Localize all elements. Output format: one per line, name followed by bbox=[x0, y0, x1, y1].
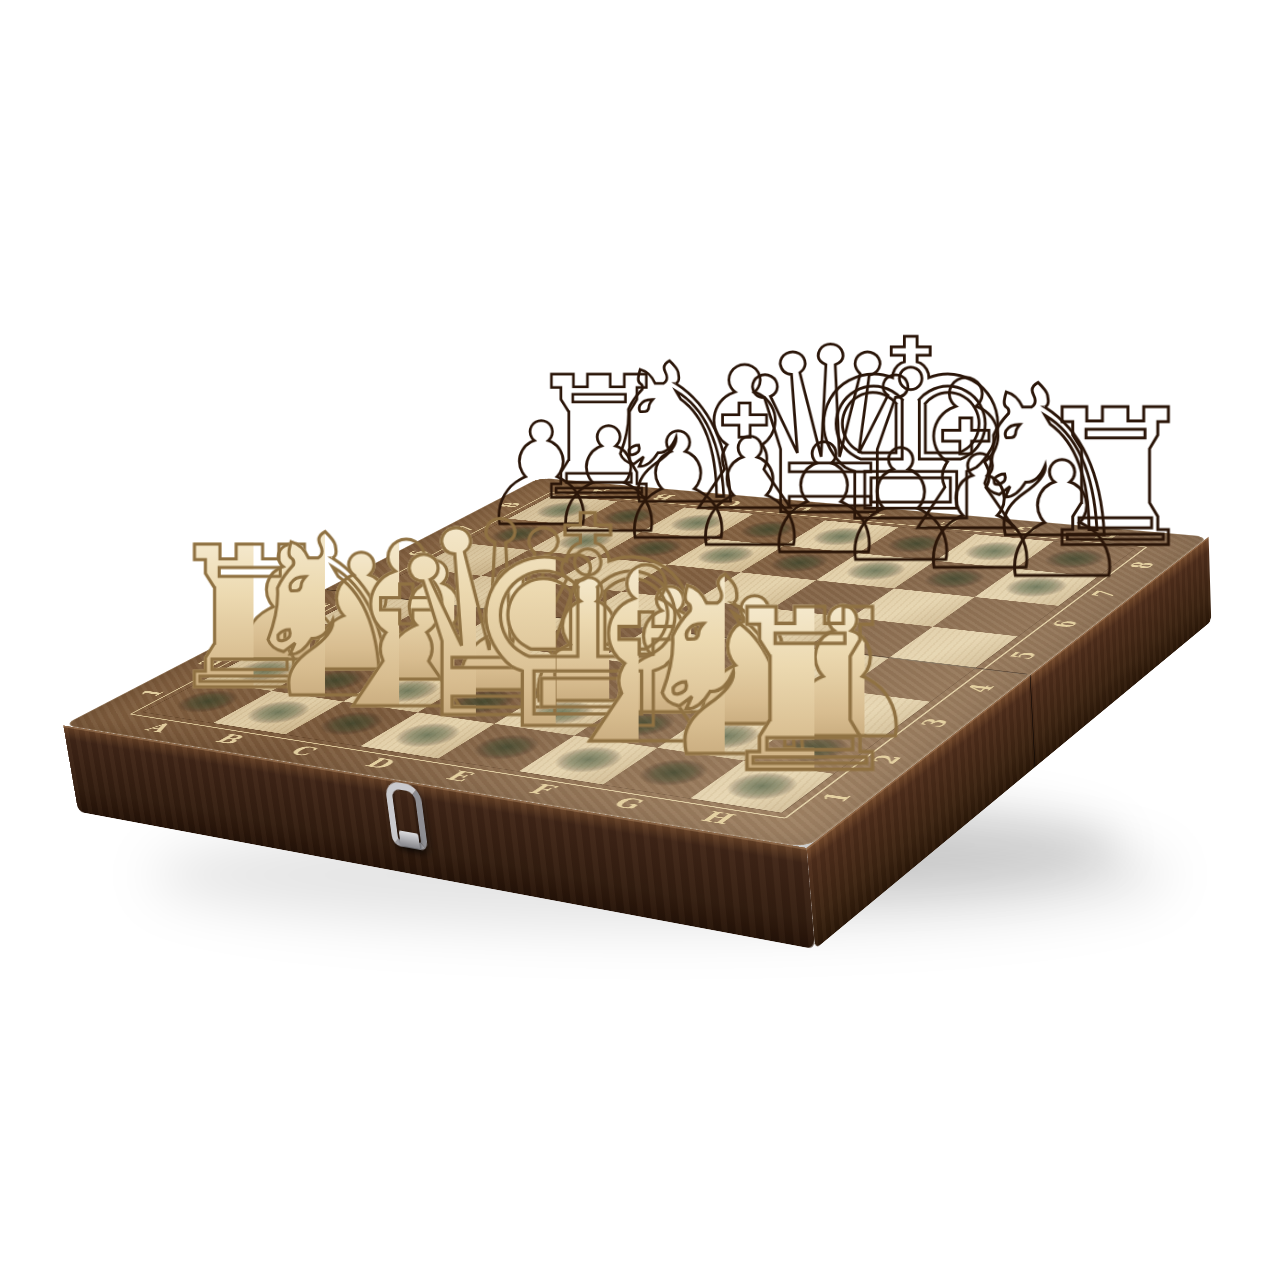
metal-clasp bbox=[384, 780, 428, 851]
file-label-front-e: E bbox=[442, 769, 478, 783]
file-label-front-c: C bbox=[286, 744, 322, 757]
file-label-front-b: B bbox=[212, 733, 248, 746]
piece-glyph: ♟ bbox=[991, 441, 1081, 600]
perspective-camera: AABBCCDDEEFFGGHH1122334455667788 ♜♞♝♛♚♝♞… bbox=[0, 0, 1280, 1280]
stage: AABBCCDDEEFFGGHH1122334455667788 ♜♞♝♛♚♝♞… bbox=[0, 0, 1280, 1280]
case-fold-seam bbox=[1030, 674, 1036, 767]
piece-glyph: ♜ bbox=[710, 581, 814, 804]
chess-board: AABBCCDDEEFFGGHH1122334455667788 ♜♞♝♛♚♝♞… bbox=[63, 478, 1209, 848]
file-label-front-h: H bbox=[697, 810, 739, 826]
file-label-front-f: F bbox=[525, 782, 560, 796]
rank-label-right-1: 1 bbox=[817, 791, 856, 803]
rank-label-right-5: 5 bbox=[1006, 650, 1041, 660]
file-label-front-g: G bbox=[609, 796, 648, 811]
rank-label-right-4: 4 bbox=[962, 683, 998, 693]
rank-label-right-6: 6 bbox=[1048, 619, 1082, 628]
file-label-front-a: A bbox=[142, 721, 177, 733]
rank-label-right-7: 7 bbox=[1088, 589, 1122, 598]
product-photo-scene: AABBCCDDEEFFGGHH1122334455667788 ♜♞♝♛♚♝♞… bbox=[0, 0, 1280, 1280]
file-label-front-d: D bbox=[362, 756, 400, 770]
